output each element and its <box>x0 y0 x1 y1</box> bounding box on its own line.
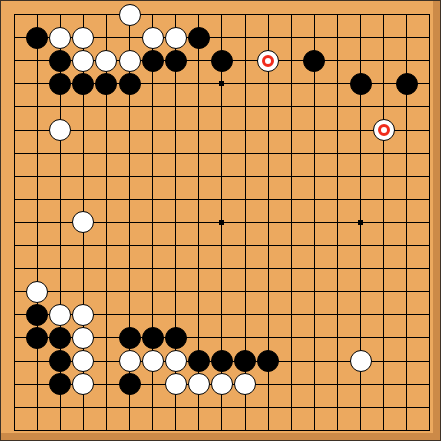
white-stone <box>165 350 187 372</box>
black-stone <box>49 350 71 372</box>
black-stone <box>49 373 71 395</box>
white-stone <box>165 27 187 49</box>
black-stone <box>26 327 48 349</box>
black-stone <box>211 350 233 372</box>
black-stone <box>49 50 71 72</box>
black-stone <box>72 73 94 95</box>
red-circle-marker <box>378 124 390 136</box>
grid-line-horizontal <box>14 245 431 246</box>
grid-line-vertical <box>291 14 292 431</box>
white-stone <box>142 27 164 49</box>
black-stone <box>49 327 71 349</box>
black-stone <box>396 73 418 95</box>
grid-line-vertical <box>429 14 430 431</box>
black-stone <box>26 304 48 326</box>
black-stone <box>234 350 256 372</box>
white-stone <box>350 350 372 372</box>
white-stone <box>165 373 187 395</box>
grid-line-vertical <box>337 14 338 431</box>
grid-line-horizontal <box>14 407 431 408</box>
white-stone <box>119 50 141 72</box>
black-stone <box>95 73 117 95</box>
black-stone <box>142 327 164 349</box>
star-point <box>219 220 224 225</box>
black-stone <box>303 50 325 72</box>
marked-white-stone <box>373 119 395 141</box>
star-point <box>358 220 363 225</box>
black-stone <box>165 327 187 349</box>
black-stone <box>165 50 187 72</box>
white-stone <box>119 4 141 26</box>
red-circle-marker <box>262 55 274 67</box>
grid-line-horizontal <box>14 430 431 431</box>
board-grid <box>1 1 440 440</box>
black-stone <box>350 73 372 95</box>
grid-line-vertical <box>383 14 384 431</box>
black-stone <box>211 50 233 72</box>
white-stone <box>72 27 94 49</box>
white-stone <box>142 350 164 372</box>
white-stone <box>49 27 71 49</box>
black-stone <box>142 50 164 72</box>
white-stone <box>49 304 71 326</box>
white-stone <box>72 304 94 326</box>
black-stone <box>257 350 279 372</box>
white-stone <box>211 373 233 395</box>
white-stone <box>234 373 256 395</box>
white-stone <box>49 119 71 141</box>
star-point <box>219 81 224 86</box>
white-stone <box>72 373 94 395</box>
black-stone <box>119 327 141 349</box>
white-stone <box>188 373 210 395</box>
grid-line-horizontal <box>14 291 431 292</box>
white-stone <box>26 281 48 303</box>
black-stone <box>188 350 210 372</box>
black-stone <box>49 73 71 95</box>
white-stone <box>119 350 141 372</box>
white-stone <box>72 50 94 72</box>
black-stone <box>26 27 48 49</box>
white-stone <box>72 211 94 233</box>
white-stone <box>72 350 94 372</box>
white-stone <box>72 327 94 349</box>
black-stone <box>119 73 141 95</box>
go-board[interactable] <box>0 0 441 441</box>
grid-line-vertical <box>314 14 315 431</box>
white-stone <box>95 50 117 72</box>
grid-line-horizontal <box>14 268 431 269</box>
marked-white-stone <box>257 50 279 72</box>
black-stone <box>119 373 141 395</box>
black-stone <box>188 27 210 49</box>
